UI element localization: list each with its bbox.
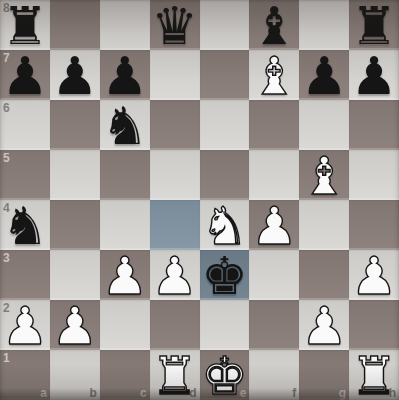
square-b4[interactable] [50, 200, 100, 250]
piece-black-rook[interactable]: ♜ [2, 2, 49, 51]
piece-white-pawn[interactable]: ♟ [251, 202, 298, 251]
piece-white-pawn[interactable]: ♟ [301, 302, 348, 351]
square-c1[interactable]: c [100, 350, 150, 400]
square-h8[interactable]: ♜ [349, 0, 399, 50]
square-f4[interactable]: ♟ [249, 200, 299, 250]
square-b1[interactable]: b [50, 350, 100, 400]
piece-black-queen[interactable]: ♛ [151, 2, 198, 51]
file-label-a: a [40, 387, 47, 399]
square-d7[interactable] [150, 50, 200, 100]
square-d8[interactable]: ♛ [150, 0, 200, 50]
piece-black-rook[interactable]: ♜ [351, 2, 398, 51]
square-b6[interactable] [50, 100, 100, 150]
square-b7[interactable]: ♟ [50, 50, 100, 100]
rank-label-6: 6 [3, 102, 10, 114]
square-h1[interactable]: h♜ [349, 350, 399, 400]
square-h5[interactable] [349, 150, 399, 200]
square-a4[interactable]: 4♞ [0, 200, 50, 250]
square-f3[interactable] [249, 250, 299, 300]
square-a6[interactable]: 6 [0, 100, 50, 150]
piece-black-pawn[interactable]: ♟ [52, 52, 99, 101]
square-d6[interactable] [150, 100, 200, 150]
square-e4[interactable]: ♞ [200, 200, 250, 250]
chess-board: 8♜♛♝♜7♟♟♟♝♟♟6♞5♝4♞♞♟3♟♟♚♟2♟♟♟1abcd♜e♚fgh… [0, 0, 399, 400]
square-d4[interactable] [150, 200, 200, 250]
square-b2[interactable]: ♟ [50, 300, 100, 350]
square-f5[interactable] [249, 150, 299, 200]
piece-white-king[interactable]: ♚ [201, 352, 248, 400]
square-d3[interactable]: ♟ [150, 250, 200, 300]
square-c8[interactable] [100, 0, 150, 50]
square-b3[interactable] [50, 250, 100, 300]
square-a1[interactable]: 1a [0, 350, 50, 400]
square-f1[interactable]: f [249, 350, 299, 400]
square-h4[interactable] [349, 200, 399, 250]
square-e1[interactable]: e♚ [200, 350, 250, 400]
square-h3[interactable]: ♟ [349, 250, 399, 300]
rank-label-5: 5 [3, 152, 10, 164]
square-d5[interactable] [150, 150, 200, 200]
square-g3[interactable] [299, 250, 349, 300]
piece-white-pawn[interactable]: ♟ [151, 252, 198, 301]
square-h7[interactable]: ♟ [349, 50, 399, 100]
square-d1[interactable]: d♜ [150, 350, 200, 400]
piece-black-knight[interactable]: ♞ [101, 102, 148, 151]
square-c6[interactable]: ♞ [100, 100, 150, 150]
square-c3[interactable]: ♟ [100, 250, 150, 300]
piece-white-knight[interactable]: ♞ [201, 202, 248, 251]
piece-white-bishop[interactable]: ♝ [251, 52, 298, 101]
square-e2[interactable] [200, 300, 250, 350]
square-g8[interactable] [299, 0, 349, 50]
square-g1[interactable]: g [299, 350, 349, 400]
square-g2[interactable]: ♟ [299, 300, 349, 350]
square-g7[interactable]: ♟ [299, 50, 349, 100]
square-e7[interactable] [200, 50, 250, 100]
square-a7[interactable]: 7♟ [0, 50, 50, 100]
square-f6[interactable] [249, 100, 299, 150]
piece-white-rook[interactable]: ♜ [351, 352, 398, 400]
square-b8[interactable] [50, 0, 100, 50]
piece-white-rook[interactable]: ♜ [151, 352, 198, 400]
piece-white-pawn[interactable]: ♟ [2, 302, 49, 351]
piece-white-pawn[interactable]: ♟ [101, 252, 148, 301]
square-g6[interactable] [299, 100, 349, 150]
square-c2[interactable] [100, 300, 150, 350]
square-e5[interactable] [200, 150, 250, 200]
piece-black-pawn[interactable]: ♟ [301, 52, 348, 101]
piece-black-knight[interactable]: ♞ [2, 202, 49, 251]
square-g5[interactable]: ♝ [299, 150, 349, 200]
piece-white-bishop[interactable]: ♝ [301, 152, 348, 201]
square-c7[interactable]: ♟ [100, 50, 150, 100]
square-d2[interactable] [150, 300, 200, 350]
chess-board-area: 8♜♛♝♜7♟♟♟♝♟♟6♞5♝4♞♞♟3♟♟♚♟2♟♟♟1abcd♜e♚fgh… [0, 0, 399, 400]
square-a3[interactable]: 3 [0, 250, 50, 300]
rank-label-1: 1 [3, 352, 10, 364]
square-a5[interactable]: 5 [0, 150, 50, 200]
square-a2[interactable]: 2♟ [0, 300, 50, 350]
piece-black-king[interactable]: ♚ [201, 252, 248, 301]
piece-white-pawn[interactable]: ♟ [52, 302, 99, 351]
piece-black-pawn[interactable]: ♟ [2, 52, 49, 101]
piece-black-bishop[interactable]: ♝ [251, 2, 298, 51]
square-c4[interactable] [100, 200, 150, 250]
square-h2[interactable] [349, 300, 399, 350]
square-a8[interactable]: 8♜ [0, 0, 50, 50]
rank-label-3: 3 [3, 252, 10, 264]
file-label-b: b [89, 387, 96, 399]
square-h6[interactable] [349, 100, 399, 150]
file-label-g: g [339, 387, 346, 399]
piece-white-pawn[interactable]: ♟ [351, 252, 398, 301]
square-f2[interactable] [249, 300, 299, 350]
square-g4[interactable] [299, 200, 349, 250]
piece-black-pawn[interactable]: ♟ [101, 52, 148, 101]
piece-black-pawn[interactable]: ♟ [351, 52, 398, 101]
square-e8[interactable] [200, 0, 250, 50]
file-label-c: c [140, 387, 147, 399]
square-c5[interactable] [100, 150, 150, 200]
square-e3[interactable]: ♚ [200, 250, 250, 300]
square-b5[interactable] [50, 150, 100, 200]
file-label-f: f [292, 387, 296, 399]
square-f7[interactable]: ♝ [249, 50, 299, 100]
square-e6[interactable] [200, 100, 250, 150]
square-f8[interactable]: ♝ [249, 0, 299, 50]
